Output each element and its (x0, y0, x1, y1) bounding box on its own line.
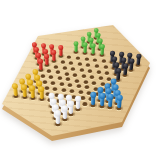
board-hole[interactable] (61, 88, 66, 92)
peg-head (51, 98, 57, 104)
peg-head (80, 36, 85, 41)
peg-head (57, 93, 63, 99)
peg-head (38, 85, 44, 91)
board-hole[interactable] (73, 73, 78, 76)
peg-head (108, 94, 114, 100)
chinese-checkers-board (0, 0, 160, 160)
board-hole[interactable] (86, 63, 91, 66)
board-hole[interactable] (98, 76, 103, 79)
board-hole[interactable] (64, 72, 69, 75)
peg-head (51, 49, 56, 54)
peg-head (94, 27, 99, 32)
peg-head (116, 67, 122, 73)
peg-head (21, 83, 27, 89)
board-hole[interactable] (70, 89, 75, 93)
peg-head (12, 82, 18, 88)
peg-head (122, 63, 128, 69)
board-hole[interactable] (84, 57, 88, 60)
board-hole[interactable] (53, 87, 58, 91)
peg-head (36, 80, 42, 86)
peg-head (136, 54, 142, 60)
peg-head (121, 57, 127, 63)
board-hole[interactable] (75, 79, 80, 83)
peg-head (58, 44, 63, 49)
board-hole[interactable] (83, 80, 88, 84)
board-hole[interactable] (57, 77, 62, 80)
board-hole[interactable] (101, 60, 105, 63)
board-hole[interactable] (82, 102, 87, 106)
board-hole[interactable] (79, 68, 84, 71)
peg-head (52, 103, 59, 110)
peg-head (127, 53, 133, 59)
board-hole[interactable] (42, 80, 47, 84)
peg-head (112, 56, 118, 62)
peg-head (54, 109, 61, 116)
peg-head (113, 83, 119, 89)
board-hole[interactable] (68, 84, 73, 88)
peg-head (26, 73, 32, 79)
board-hole[interactable] (76, 56, 80, 59)
board-hole[interactable] (88, 69, 93, 72)
peg-head (61, 104, 67, 110)
board-hole[interactable] (67, 55, 71, 58)
board-hole[interactable] (54, 65, 59, 68)
peg-head (114, 62, 120, 68)
board-hole[interactable] (105, 71, 110, 74)
board-hole[interactable] (97, 70, 102, 73)
peg-head (59, 99, 65, 105)
board-hole[interactable] (40, 74, 45, 77)
board-hole[interactable] (78, 62, 83, 65)
board-hole[interactable] (71, 67, 76, 70)
photo-canvas (0, 0, 160, 160)
peg-head (87, 32, 92, 37)
peg-head (82, 42, 87, 47)
board-hole[interactable] (60, 60, 64, 63)
board-hole[interactable] (85, 86, 90, 90)
board-hole[interactable] (49, 76, 54, 79)
peg-head (98, 38, 103, 43)
peg-head (91, 43, 96, 48)
board-hole[interactable] (90, 75, 95, 78)
board-hole[interactable] (92, 81, 97, 85)
peg-head (49, 43, 54, 48)
board-hole[interactable] (95, 64, 100, 67)
board-hole[interactable] (66, 78, 71, 82)
board-hole[interactable] (51, 81, 56, 85)
peg-head (110, 51, 115, 56)
board-hole[interactable] (81, 74, 86, 77)
peg-head (32, 68, 38, 74)
peg-head (90, 92, 96, 98)
peg-head (89, 37, 94, 42)
board-hole[interactable] (69, 61, 73, 64)
board-hole[interactable] (76, 85, 81, 89)
peg-head (37, 58, 43, 64)
board-hole[interactable] (78, 90, 83, 94)
peg-head (68, 100, 74, 106)
peg-head (34, 74, 40, 80)
board-hole[interactable] (56, 71, 61, 74)
peg-head (96, 33, 101, 38)
board-hole[interactable] (93, 58, 97, 61)
peg-head (116, 95, 123, 102)
peg-head (32, 41, 37, 46)
board-hole[interactable] (44, 86, 49, 90)
peg-head (41, 42, 46, 47)
peg-head (74, 41, 79, 46)
peg-head (66, 94, 72, 100)
peg-head (19, 78, 25, 84)
board-hole[interactable] (62, 66, 67, 69)
peg-head (42, 48, 47, 53)
peg-head (99, 93, 105, 99)
peg-head (75, 95, 81, 101)
board-hole[interactable] (59, 82, 64, 86)
peg-head (36, 53, 42, 59)
board-hole[interactable] (103, 65, 108, 68)
board-holes (0, 0, 160, 160)
peg-head (119, 52, 125, 58)
peg-head (99, 44, 104, 49)
board-hole[interactable] (47, 70, 52, 73)
